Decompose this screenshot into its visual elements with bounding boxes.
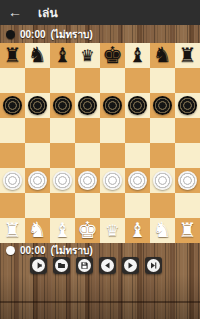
square-f1[interactable]: ♝ bbox=[125, 218, 150, 243]
square-c2[interactable] bbox=[50, 193, 75, 218]
black-pawn-disc bbox=[3, 96, 22, 115]
square-d4[interactable] bbox=[75, 143, 100, 168]
next-move-button[interactable] bbox=[122, 257, 139, 274]
square-d7[interactable] bbox=[75, 68, 100, 93]
square-a4[interactable] bbox=[0, 143, 25, 168]
square-f4[interactable] bbox=[125, 143, 150, 168]
white-pawn-disc bbox=[53, 171, 72, 190]
square-b8[interactable]: ♞ bbox=[25, 43, 50, 68]
square-d2[interactable] bbox=[75, 193, 100, 218]
square-c1[interactable]: ♝ bbox=[50, 218, 75, 243]
app-screen: ← เล่น 00:00 (ไม่ทราบ) ♜♞♝♛♚♝♞♜♜♞♝♚♛♝♞♜ … bbox=[0, 0, 200, 319]
square-c4[interactable] bbox=[50, 143, 75, 168]
black-pawn-disc bbox=[153, 96, 172, 115]
white-bishop: ♝ bbox=[129, 218, 147, 243]
square-c6[interactable] bbox=[50, 93, 75, 118]
save-button[interactable] bbox=[76, 257, 93, 274]
black-knight: ♞ bbox=[153, 43, 172, 68]
square-a8[interactable]: ♜ bbox=[0, 43, 25, 68]
white-clock-time: 00:00 bbox=[20, 245, 46, 256]
square-g4[interactable] bbox=[150, 143, 175, 168]
square-g2[interactable] bbox=[150, 193, 175, 218]
white-pawn-disc bbox=[128, 171, 147, 190]
white-king: ♚ bbox=[77, 218, 98, 243]
white-queen: ♛ bbox=[105, 218, 119, 243]
page-title: เล่น bbox=[38, 3, 58, 22]
black-knight: ♞ bbox=[28, 43, 47, 68]
black-rook: ♜ bbox=[179, 43, 197, 68]
square-b7[interactable] bbox=[25, 68, 50, 93]
previous-move-button[interactable] bbox=[99, 257, 116, 274]
square-b1[interactable]: ♞ bbox=[25, 218, 50, 243]
white-rook: ♜ bbox=[179, 218, 197, 243]
white-pawn-disc bbox=[78, 171, 97, 190]
square-f2[interactable] bbox=[125, 193, 150, 218]
folder-icon bbox=[55, 259, 68, 272]
square-f8[interactable]: ♝ bbox=[125, 43, 150, 68]
square-c3[interactable] bbox=[50, 168, 75, 193]
white-bishop: ♝ bbox=[54, 218, 72, 243]
square-h1[interactable]: ♜ bbox=[175, 218, 200, 243]
square-e8[interactable]: ♚ bbox=[100, 43, 125, 68]
square-a2[interactable] bbox=[0, 193, 25, 218]
black-bishop: ♝ bbox=[129, 43, 147, 68]
white-rook: ♜ bbox=[4, 218, 22, 243]
square-a3[interactable] bbox=[0, 168, 25, 193]
square-h3[interactable] bbox=[175, 168, 200, 193]
square-f7[interactable] bbox=[125, 68, 150, 93]
black-pawn-disc bbox=[178, 96, 197, 115]
square-e1[interactable]: ♛ bbox=[100, 218, 125, 243]
white-pawn-disc bbox=[153, 171, 172, 190]
square-g6[interactable] bbox=[150, 93, 175, 118]
square-g8[interactable]: ♞ bbox=[150, 43, 175, 68]
square-b4[interactable] bbox=[25, 143, 50, 168]
white-clock-status: (ไม่ทราบ) bbox=[51, 243, 93, 258]
wood-plank-seam bbox=[0, 301, 200, 303]
black-clock-time: 00:00 bbox=[20, 29, 46, 40]
square-h4[interactable] bbox=[175, 143, 200, 168]
square-e3[interactable] bbox=[100, 168, 125, 193]
square-c7[interactable] bbox=[50, 68, 75, 93]
square-e4[interactable] bbox=[100, 143, 125, 168]
square-c8[interactable]: ♝ bbox=[50, 43, 75, 68]
square-a7[interactable] bbox=[0, 68, 25, 93]
black-pawn-disc bbox=[28, 96, 47, 115]
board: ♜♞♝♛♚♝♞♜♜♞♝♚♛♝♞♜ bbox=[0, 43, 200, 243]
black-rook: ♜ bbox=[4, 43, 22, 68]
square-f5[interactable] bbox=[125, 118, 150, 143]
square-a5[interactable] bbox=[0, 118, 25, 143]
square-e5[interactable] bbox=[100, 118, 125, 143]
square-h5[interactable] bbox=[175, 118, 200, 143]
white-pawn-disc bbox=[178, 171, 197, 190]
square-b3[interactable] bbox=[25, 168, 50, 193]
square-f3[interactable] bbox=[125, 168, 150, 193]
black-pawn-disc bbox=[78, 96, 97, 115]
square-h6[interactable] bbox=[175, 93, 200, 118]
step-forward-icon bbox=[124, 259, 137, 272]
square-g1[interactable]: ♞ bbox=[150, 218, 175, 243]
white-pawn-disc bbox=[28, 171, 47, 190]
square-f6[interactable] bbox=[125, 93, 150, 118]
square-a6[interactable] bbox=[0, 93, 25, 118]
square-e6[interactable] bbox=[100, 93, 125, 118]
square-b5[interactable] bbox=[25, 118, 50, 143]
toolbar bbox=[30, 257, 162, 274]
white-pawn-disc bbox=[3, 171, 22, 190]
speaker-icon bbox=[32, 259, 45, 272]
black-queen: ♛ bbox=[80, 43, 94, 68]
black-clock-status: (ไม่ทราบ) bbox=[51, 27, 93, 42]
square-g7[interactable] bbox=[150, 68, 175, 93]
arrow-left-icon: ← bbox=[8, 4, 22, 20]
square-b6[interactable] bbox=[25, 93, 50, 118]
square-g5[interactable] bbox=[150, 118, 175, 143]
back-button[interactable]: ← bbox=[0, 0, 30, 25]
step-back-icon bbox=[101, 259, 114, 272]
square-b2[interactable] bbox=[25, 193, 50, 218]
black-player-indicator bbox=[6, 30, 15, 39]
black-pawn-disc bbox=[128, 96, 147, 115]
white-knight: ♞ bbox=[153, 218, 172, 243]
square-d5[interactable] bbox=[75, 118, 100, 143]
floppy-icon bbox=[78, 259, 91, 272]
black-king: ♚ bbox=[102, 43, 123, 68]
app-header: ← เล่น bbox=[0, 0, 200, 25]
open-button[interactable] bbox=[53, 257, 70, 274]
square-h2[interactable] bbox=[175, 193, 200, 218]
square-h8[interactable]: ♜ bbox=[175, 43, 200, 68]
square-e2[interactable] bbox=[100, 193, 125, 218]
fast-forward-icon bbox=[147, 259, 160, 272]
player-clock-top: 00:00 (ไม่ทราบ) bbox=[6, 28, 93, 41]
player-clock-bottom: 00:00 (ไม่ทราบ) bbox=[6, 244, 93, 257]
black-pawn-disc bbox=[53, 96, 72, 115]
square-h7[interactable] bbox=[175, 68, 200, 93]
square-e7[interactable] bbox=[100, 68, 125, 93]
square-a1[interactable]: ♜ bbox=[0, 218, 25, 243]
square-c5[interactable] bbox=[50, 118, 75, 143]
square-d8[interactable]: ♛ bbox=[75, 43, 100, 68]
black-bishop: ♝ bbox=[54, 43, 72, 68]
white-knight: ♞ bbox=[28, 218, 47, 243]
white-player-indicator bbox=[6, 246, 15, 255]
square-g3[interactable] bbox=[150, 168, 175, 193]
square-d6[interactable] bbox=[75, 93, 100, 118]
mute-button[interactable] bbox=[30, 257, 47, 274]
square-d1[interactable]: ♚ bbox=[75, 218, 100, 243]
black-pawn-disc bbox=[103, 96, 122, 115]
white-pawn-disc bbox=[103, 171, 122, 190]
square-d3[interactable] bbox=[75, 168, 100, 193]
skip-to-end-button[interactable] bbox=[145, 257, 162, 274]
